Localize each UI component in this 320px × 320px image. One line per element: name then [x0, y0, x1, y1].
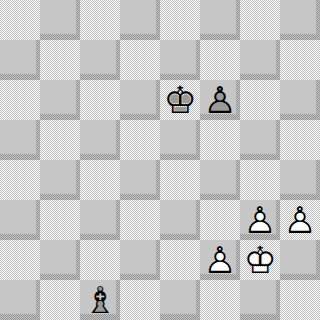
square-c5[interactable]: [80, 120, 120, 160]
square-a5[interactable]: [0, 120, 40, 160]
square-b2[interactable]: [40, 240, 80, 280]
white-king-outline: ♔: [240, 240, 280, 280]
square-f2[interactable]: ♟♙: [200, 240, 240, 280]
square-c7[interactable]: [80, 40, 120, 80]
square-g3[interactable]: ♟♙: [240, 200, 280, 240]
square-e3[interactable]: [160, 200, 200, 240]
square-b3[interactable]: [40, 200, 80, 240]
white-pawn-outline: ♙: [200, 240, 240, 280]
square-g5[interactable]: [240, 120, 280, 160]
square-h1[interactable]: [280, 280, 320, 320]
square-a7[interactable]: [0, 40, 40, 80]
square-g8[interactable]: [240, 0, 280, 40]
square-e8[interactable]: [160, 0, 200, 40]
square-b5[interactable]: [40, 120, 80, 160]
square-d6[interactable]: [120, 80, 160, 120]
square-a1[interactable]: [0, 280, 40, 320]
square-d3[interactable]: [120, 200, 160, 240]
white-king[interactable]: ♚♔: [240, 240, 280, 280]
square-d4[interactable]: [120, 160, 160, 200]
square-e6[interactable]: ♚♔: [160, 80, 200, 120]
square-g1[interactable]: [240, 280, 280, 320]
square-c1[interactable]: ♝♗: [80, 280, 120, 320]
square-f5[interactable]: [200, 120, 240, 160]
black-bishop-outline: ♗: [80, 280, 120, 320]
square-a3[interactable]: [0, 200, 40, 240]
square-e4[interactable]: [160, 160, 200, 200]
square-b8[interactable]: [40, 0, 80, 40]
chess-board: ♚♔♟♙♟♙♟♙♟♙♚♔♝♗: [0, 0, 320, 320]
square-b7[interactable]: [40, 40, 80, 80]
square-c6[interactable]: [80, 80, 120, 120]
square-a8[interactable]: [0, 0, 40, 40]
square-e2[interactable]: [160, 240, 200, 280]
square-h2[interactable]: [280, 240, 320, 280]
square-d7[interactable]: [120, 40, 160, 80]
square-c4[interactable]: [80, 160, 120, 200]
square-g7[interactable]: [240, 40, 280, 80]
square-d1[interactable]: [120, 280, 160, 320]
square-b4[interactable]: [40, 160, 80, 200]
white-pawn-outline: ♙: [240, 200, 280, 240]
square-g4[interactable]: [240, 160, 280, 200]
square-c8[interactable]: [80, 0, 120, 40]
square-d8[interactable]: [120, 0, 160, 40]
square-h4[interactable]: [280, 160, 320, 200]
black-pawn-outline: ♙: [200, 80, 240, 120]
square-b6[interactable]: [40, 80, 80, 120]
square-g2[interactable]: ♚♔: [240, 240, 280, 280]
square-h3[interactable]: ♟♙: [280, 200, 320, 240]
square-d5[interactable]: [120, 120, 160, 160]
square-b1[interactable]: [40, 280, 80, 320]
square-c3[interactable]: [80, 200, 120, 240]
white-pawn[interactable]: ♟♙: [280, 200, 320, 240]
square-f4[interactable]: [200, 160, 240, 200]
square-f3[interactable]: [200, 200, 240, 240]
square-a2[interactable]: [0, 240, 40, 280]
square-h7[interactable]: [280, 40, 320, 80]
black-pawn[interactable]: ♟♙: [200, 80, 240, 120]
square-d2[interactable]: [120, 240, 160, 280]
square-a6[interactable]: [0, 80, 40, 120]
black-king-outline: ♔: [160, 80, 200, 120]
square-h5[interactable]: [280, 120, 320, 160]
square-h6[interactable]: [280, 80, 320, 120]
black-king[interactable]: ♚♔: [160, 80, 200, 120]
square-e5[interactable]: [160, 120, 200, 160]
black-bishop[interactable]: ♝♗: [80, 280, 120, 320]
square-f6[interactable]: ♟♙: [200, 80, 240, 120]
square-f8[interactable]: [200, 0, 240, 40]
square-f1[interactable]: [200, 280, 240, 320]
white-pawn[interactable]: ♟♙: [200, 240, 240, 280]
white-pawn-outline: ♙: [280, 200, 320, 240]
square-c2[interactable]: [80, 240, 120, 280]
white-pawn[interactable]: ♟♙: [240, 200, 280, 240]
square-e7[interactable]: [160, 40, 200, 80]
square-a4[interactable]: [0, 160, 40, 200]
square-h8[interactable]: [280, 0, 320, 40]
square-e1[interactable]: [160, 280, 200, 320]
square-g6[interactable]: [240, 80, 280, 120]
square-f7[interactable]: [200, 40, 240, 80]
